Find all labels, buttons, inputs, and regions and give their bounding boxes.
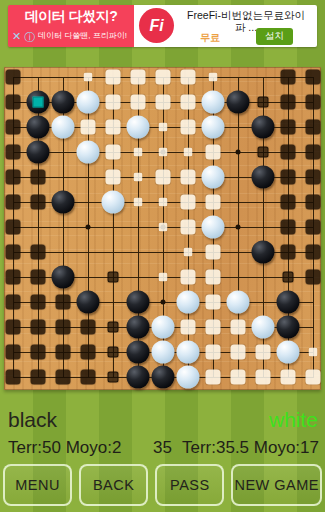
black-territory-marker <box>258 97 269 108</box>
white-territory-marker <box>206 320 221 335</box>
white-territory-marker <box>181 170 196 185</box>
black-territory-marker <box>6 320 21 335</box>
black-stone <box>252 116 275 139</box>
ad-title-line1: FreeFi-비번없는무료와이 <box>178 9 314 21</box>
black-territory-marker <box>108 322 119 333</box>
black-territory-marker <box>306 120 321 135</box>
white-stone <box>277 341 300 364</box>
ad-headline: 데이터 다썼지? <box>8 8 134 26</box>
white-territory-marker <box>134 148 143 157</box>
white-territory-marker <box>159 148 168 157</box>
black-territory-marker <box>306 245 321 260</box>
black-stone <box>127 291 150 314</box>
black-stone <box>252 241 275 264</box>
white-stone <box>152 341 175 364</box>
black-territory-marker <box>31 295 46 310</box>
white-stone <box>202 116 225 139</box>
black-territory-marker <box>31 170 46 185</box>
black-territory-marker <box>283 272 294 283</box>
white-territory-marker <box>181 195 196 210</box>
white-territory-marker <box>206 270 221 285</box>
white-territory-marker <box>181 95 196 110</box>
black-territory-marker <box>281 95 296 110</box>
white-stone <box>127 116 150 139</box>
black-stone <box>152 366 175 389</box>
black-territory-marker <box>31 320 46 335</box>
white-territory-marker <box>156 170 171 185</box>
black-stone <box>52 91 75 114</box>
white-territory-marker <box>81 120 96 135</box>
white-territory-marker <box>206 245 221 260</box>
ad-free-label: 무료 <box>200 31 220 45</box>
white-territory-marker <box>256 345 271 360</box>
black-territory-marker <box>6 370 21 385</box>
star-point <box>236 150 241 155</box>
white-territory-marker <box>231 370 246 385</box>
white-territory-marker <box>181 70 196 85</box>
score-bar: Terr:50 Moyo:2 35 Terr:35.5 Moyo:17 <box>0 438 325 462</box>
black-territory-marker <box>31 270 46 285</box>
menu-button[interactable]: MENU <box>3 464 72 506</box>
back-button[interactable]: BACK <box>79 464 148 506</box>
black-territory-marker <box>6 145 21 160</box>
player-bar: black white <box>0 406 325 438</box>
black-territory-marker <box>306 270 321 285</box>
black-territory-marker <box>56 345 71 360</box>
mid-score-value: 35 <box>153 438 172 458</box>
black-territory-marker <box>306 95 321 110</box>
black-territory-marker <box>306 170 321 185</box>
black-territory-marker <box>281 245 296 260</box>
black-territory-marker <box>281 70 296 85</box>
white-territory-marker <box>131 95 146 110</box>
white-territory-marker <box>159 273 168 282</box>
black-stone <box>277 291 300 314</box>
white-territory-marker <box>181 320 196 335</box>
ad-banner-right: Fi FreeFi-비번없는무료와이 파 ... 무료 설치 <box>134 5 317 47</box>
black-stone <box>27 116 50 139</box>
white-territory-marker <box>181 220 196 235</box>
black-territory-marker <box>281 170 296 185</box>
white-territory-marker <box>156 95 171 110</box>
white-stone <box>252 316 275 339</box>
black-stone <box>127 316 150 339</box>
ad-title-line2: 파 ... <box>178 21 314 33</box>
black-territory-marker <box>281 120 296 135</box>
black-stone <box>127 341 150 364</box>
black-territory-marker <box>31 245 46 260</box>
black-territory-marker <box>108 347 119 358</box>
white-territory-marker <box>181 120 196 135</box>
black-territory-marker <box>306 70 321 85</box>
ad-close-icon[interactable]: ✕ <box>12 30 21 45</box>
star-point <box>161 300 166 305</box>
white-territory-marker <box>281 370 296 385</box>
white-stone <box>77 141 100 164</box>
black-stone <box>227 91 250 114</box>
ad-install-button[interactable]: 설치 <box>256 28 293 45</box>
black-territory-marker <box>31 370 46 385</box>
white-territory-marker <box>231 320 246 335</box>
black-territory-marker <box>6 345 21 360</box>
last-move-marker <box>33 97 44 108</box>
white-territory-marker <box>181 270 196 285</box>
white-stone <box>152 316 175 339</box>
black-territory-marker <box>56 370 71 385</box>
white-stone <box>52 116 75 139</box>
app-screen: 데이터 다썼지? 데이터 다쓸땐, 프리파이! ✕ ⓘ Fi FreeFi-비번… <box>0 0 325 512</box>
black-territory-marker <box>108 372 119 383</box>
black-territory-marker <box>6 195 21 210</box>
black-stone <box>252 166 275 189</box>
black-territory-marker <box>81 370 96 385</box>
white-stone <box>102 191 125 214</box>
black-stone <box>52 266 75 289</box>
black-territory-marker <box>31 345 46 360</box>
black-territory-marker <box>6 270 21 285</box>
ad-subline: 데이터 다쓸땐, 프리파이! <box>38 30 127 41</box>
star-point <box>86 225 91 230</box>
black-territory-marker <box>306 195 321 210</box>
ad-banner-left: 데이터 다썼지? 데이터 다쓸땐, 프리파이! ✕ ⓘ <box>8 5 134 47</box>
black-territory-marker <box>6 170 21 185</box>
white-territory-marker <box>256 370 271 385</box>
black-stone <box>52 191 75 214</box>
white-territory-marker <box>134 173 143 182</box>
white-territory-marker <box>231 345 246 360</box>
black-territory-marker <box>281 145 296 160</box>
black-territory-marker <box>306 145 321 160</box>
white-score-stats: Terr:35.5 Moyo:17 <box>182 438 319 458</box>
black-stone <box>277 316 300 339</box>
ad-banner[interactable]: 데이터 다썼지? 데이터 다쓸땐, 프리파이! ✕ ⓘ Fi FreeFi-비번… <box>8 5 317 47</box>
black-territory-marker <box>81 345 96 360</box>
white-territory-marker <box>159 223 168 232</box>
ad-title: FreeFi-비번없는무료와이 파 ... <box>178 9 314 33</box>
white-territory-marker <box>84 73 93 82</box>
white-stone <box>202 216 225 239</box>
pass-button[interactable]: PASS <box>155 464 224 506</box>
white-territory-marker <box>106 70 121 85</box>
white-territory-marker <box>134 198 143 207</box>
white-stone <box>177 341 200 364</box>
black-territory-marker <box>6 295 21 310</box>
new-game-button[interactable]: NEW GAME <box>231 464 322 506</box>
black-territory-marker <box>306 220 321 235</box>
black-territory-marker <box>6 220 21 235</box>
black-territory-marker <box>56 320 71 335</box>
black-territory-marker <box>56 295 71 310</box>
white-territory-marker <box>159 198 168 207</box>
black-territory-marker <box>6 95 21 110</box>
white-territory-marker <box>184 148 193 157</box>
black-player-label: black <box>8 408 57 432</box>
white-stone <box>177 366 200 389</box>
white-territory-marker <box>206 145 221 160</box>
white-territory-marker <box>209 73 218 82</box>
black-territory-marker <box>6 120 21 135</box>
white-stone <box>202 91 225 114</box>
white-territory-marker <box>106 120 121 135</box>
black-territory-marker <box>281 195 296 210</box>
white-player-label: white <box>269 408 318 432</box>
white-stone <box>77 91 100 114</box>
white-territory-marker <box>206 295 221 310</box>
white-territory-marker <box>206 345 221 360</box>
white-stone <box>202 166 225 189</box>
white-territory-marker <box>306 370 321 385</box>
black-stone <box>127 366 150 389</box>
go-board[interactable] <box>4 67 321 390</box>
ad-logo-icon: Fi <box>139 8 174 43</box>
black-territory-marker <box>31 195 46 210</box>
black-stone <box>77 291 100 314</box>
white-territory-marker <box>106 95 121 110</box>
black-territory-marker <box>258 147 269 158</box>
black-territory-marker <box>108 272 119 283</box>
white-territory-marker <box>156 70 171 85</box>
black-territory-marker <box>6 245 21 260</box>
ad-info-icon[interactable]: ⓘ <box>24 30 35 45</box>
star-point <box>236 225 241 230</box>
white-territory-marker <box>131 70 146 85</box>
black-territory-marker <box>6 70 21 85</box>
button-bar: MENU BACK PASS NEW GAME <box>0 464 325 508</box>
white-territory-marker <box>106 170 121 185</box>
white-territory-marker <box>159 123 168 132</box>
black-score-stats: Terr:50 Moyo:2 <box>8 438 121 458</box>
white-stone <box>227 291 250 314</box>
white-territory-marker <box>106 145 121 160</box>
white-territory-marker <box>206 195 221 210</box>
white-stone <box>177 291 200 314</box>
white-territory-marker <box>309 348 318 357</box>
white-territory-marker <box>206 370 221 385</box>
black-stone <box>27 141 50 164</box>
black-territory-marker <box>281 220 296 235</box>
black-territory-marker <box>81 320 96 335</box>
white-territory-marker <box>184 248 193 257</box>
